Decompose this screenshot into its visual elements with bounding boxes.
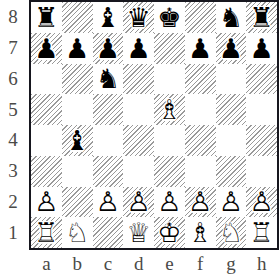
piece-halo: ♞ xyxy=(62,217,93,248)
square-g6[interactable] xyxy=(216,64,247,95)
chessboard: ♜♜♝♝♛♛♚♚♞♞♜♜♟♟♟♟♟♟♟♟♟♟♟♟♟♟♞♞♝♗♝♝♟♙♟♙♟♙♟♙… xyxy=(29,0,279,250)
white-pawn[interactable]: ♙ xyxy=(216,187,247,218)
square-h5[interactable] xyxy=(246,94,277,125)
square-a2[interactable]: ♟♙ xyxy=(31,187,62,218)
file-label-c: c xyxy=(93,250,124,278)
square-g7[interactable]: ♟♟ xyxy=(216,33,247,64)
square-a1[interactable]: ♜♖ xyxy=(31,217,62,248)
rank-label-3: 3 xyxy=(0,156,26,187)
file-label-a: a xyxy=(31,250,62,278)
white-queen[interactable]: ♕ xyxy=(123,217,154,248)
piece-halo: ♟ xyxy=(93,187,124,218)
rank-label-2: 2 xyxy=(0,187,26,218)
rank-label-6: 6 xyxy=(0,64,26,95)
piece-halo: ♝ xyxy=(62,125,93,156)
file-label-f: f xyxy=(185,250,216,278)
white-pawn[interactable]: ♙ xyxy=(123,187,154,218)
square-f8[interactable] xyxy=(185,2,216,33)
square-h7[interactable]: ♟♟ xyxy=(246,33,277,64)
file-label-e: e xyxy=(154,250,185,278)
white-bishop[interactable]: ♗ xyxy=(185,217,216,248)
white-pawn[interactable]: ♙ xyxy=(185,187,216,218)
piece-halo: ♞ xyxy=(216,217,247,248)
square-d7[interactable]: ♟♟ xyxy=(123,33,154,64)
square-g4[interactable] xyxy=(216,125,247,156)
piece-halo: ♟ xyxy=(154,187,185,218)
square-b2[interactable] xyxy=(62,187,93,218)
square-d5[interactable] xyxy=(123,94,154,125)
square-b3[interactable] xyxy=(62,156,93,187)
square-c2[interactable]: ♟♙ xyxy=(93,187,124,218)
piece-halo: ♝ xyxy=(154,94,185,125)
square-f3[interactable] xyxy=(185,156,216,187)
square-e8[interactable]: ♚♚ xyxy=(154,2,185,33)
square-a3[interactable] xyxy=(31,156,62,187)
square-a8[interactable]: ♜♜ xyxy=(31,2,62,33)
white-bishop[interactable]: ♗ xyxy=(154,94,185,125)
square-b6[interactable] xyxy=(62,64,93,95)
piece-halo: ♟ xyxy=(246,33,277,64)
square-f1[interactable]: ♝♗ xyxy=(185,217,216,248)
square-d2[interactable]: ♟♙ xyxy=(123,187,154,218)
piece-halo: ♟ xyxy=(62,33,93,64)
chess-diagram: 87654321 ♜♜♝♝♛♛♚♚♞♞♜♜♟♟♟♟♟♟♟♟♟♟♟♟♟♟♞♞♝♗♝… xyxy=(0,0,279,280)
piece-halo: ♚ xyxy=(154,217,185,248)
file-label-g: g xyxy=(216,250,247,278)
black-pawn[interactable]: ♟ xyxy=(216,33,247,64)
black-pawn[interactable]: ♟ xyxy=(93,33,124,64)
white-knight[interactable]: ♘ xyxy=(62,217,93,248)
square-c5[interactable] xyxy=(93,94,124,125)
piece-halo: ♟ xyxy=(31,187,62,218)
piece-halo: ♟ xyxy=(123,187,154,218)
black-pawn[interactable]: ♟ xyxy=(123,33,154,64)
piece-halo: ♞ xyxy=(216,2,247,33)
square-e4[interactable] xyxy=(154,125,185,156)
rank-label-4: 4 xyxy=(0,125,26,156)
square-c1[interactable] xyxy=(93,217,124,248)
square-c4[interactable] xyxy=(93,125,124,156)
square-a7[interactable]: ♟♟ xyxy=(31,33,62,64)
file-label-h: h xyxy=(246,250,277,278)
square-h2[interactable]: ♟♙ xyxy=(246,187,277,218)
white-king[interactable]: ♔ xyxy=(154,217,185,248)
rank-label-5: 5 xyxy=(0,94,26,125)
square-f5[interactable] xyxy=(185,94,216,125)
white-pawn[interactable]: ♙ xyxy=(246,187,277,218)
board-grid: ♜♜♝♝♛♛♚♚♞♞♜♜♟♟♟♟♟♟♟♟♟♟♟♟♟♟♞♞♝♗♝♝♟♙♟♙♟♙♟♙… xyxy=(31,2,277,248)
square-a4[interactable] xyxy=(31,125,62,156)
square-e7[interactable] xyxy=(154,33,185,64)
black-bishop[interactable]: ♝ xyxy=(93,2,124,33)
white-rook[interactable]: ♖ xyxy=(31,217,62,248)
piece-halo: ♚ xyxy=(154,2,185,33)
white-rook[interactable]: ♖ xyxy=(246,217,277,248)
piece-halo: ♟ xyxy=(216,33,247,64)
square-b5[interactable] xyxy=(62,94,93,125)
black-pawn[interactable]: ♟ xyxy=(62,33,93,64)
square-f7[interactable]: ♟♟ xyxy=(185,33,216,64)
square-f4[interactable] xyxy=(185,125,216,156)
piece-halo: ♜ xyxy=(246,217,277,248)
file-labels: abcdefgh xyxy=(31,250,277,278)
black-rook[interactable]: ♜ xyxy=(31,2,62,33)
square-h3[interactable] xyxy=(246,156,277,187)
square-f2[interactable]: ♟♙ xyxy=(185,187,216,218)
piece-halo: ♟ xyxy=(246,187,277,218)
square-g5[interactable] xyxy=(216,94,247,125)
square-e3[interactable] xyxy=(154,156,185,187)
square-d8[interactable]: ♛♛ xyxy=(123,2,154,33)
black-pawn[interactable]: ♟ xyxy=(185,33,216,64)
square-c6[interactable]: ♞♞ xyxy=(93,64,124,95)
rank-labels: 87654321 xyxy=(0,2,26,248)
square-e2[interactable]: ♟♙ xyxy=(154,187,185,218)
piece-halo: ♟ xyxy=(93,33,124,64)
white-pawn[interactable]: ♙ xyxy=(154,187,185,218)
square-h1[interactable]: ♜♖ xyxy=(246,217,277,248)
black-bishop[interactable]: ♝ xyxy=(62,125,93,156)
square-c7[interactable]: ♟♟ xyxy=(93,33,124,64)
square-h6[interactable] xyxy=(246,64,277,95)
square-f6[interactable] xyxy=(185,64,216,95)
black-rook[interactable]: ♜ xyxy=(246,2,277,33)
black-king[interactable]: ♚ xyxy=(154,2,185,33)
black-knight[interactable]: ♞ xyxy=(216,2,247,33)
piece-halo: ♜ xyxy=(31,2,62,33)
piece-halo: ♛ xyxy=(123,217,154,248)
square-g1[interactable]: ♞♘ xyxy=(216,217,247,248)
rank-label-7: 7 xyxy=(0,33,26,64)
black-queen[interactable]: ♛ xyxy=(123,2,154,33)
square-c3[interactable] xyxy=(93,156,124,187)
white-pawn[interactable]: ♙ xyxy=(31,187,62,218)
square-e6[interactable] xyxy=(154,64,185,95)
square-b4[interactable]: ♝♝ xyxy=(62,125,93,156)
square-g2[interactable]: ♟♙ xyxy=(216,187,247,218)
black-knight[interactable]: ♞ xyxy=(93,64,124,95)
square-b1[interactable]: ♞♘ xyxy=(62,217,93,248)
rank-label-8: 8 xyxy=(0,2,26,33)
white-pawn[interactable]: ♙ xyxy=(93,187,124,218)
white-knight[interactable]: ♘ xyxy=(216,217,247,248)
piece-halo: ♟ xyxy=(123,33,154,64)
piece-halo: ♜ xyxy=(246,2,277,33)
piece-halo: ♟ xyxy=(216,187,247,218)
rank-label-1: 1 xyxy=(0,217,26,248)
square-c8[interactable]: ♝♝ xyxy=(93,2,124,33)
piece-halo: ♜ xyxy=(31,217,62,248)
square-b8[interactable] xyxy=(62,2,93,33)
square-d6[interactable] xyxy=(123,64,154,95)
piece-halo: ♟ xyxy=(185,187,216,218)
square-e5[interactable]: ♝♗ xyxy=(154,94,185,125)
piece-halo: ♝ xyxy=(93,2,124,33)
file-label-d: d xyxy=(123,250,154,278)
square-d1[interactable]: ♛♕ xyxy=(123,217,154,248)
square-b7[interactable]: ♟♟ xyxy=(62,33,93,64)
piece-halo: ♟ xyxy=(185,33,216,64)
square-g3[interactable] xyxy=(216,156,247,187)
square-e1[interactable]: ♚♔ xyxy=(154,217,185,248)
piece-halo: ♝ xyxy=(185,217,216,248)
file-label-b: b xyxy=(62,250,93,278)
square-a5[interactable] xyxy=(31,94,62,125)
square-d3[interactable] xyxy=(123,156,154,187)
square-h8[interactable]: ♜♜ xyxy=(246,2,277,33)
black-pawn[interactable]: ♟ xyxy=(31,33,62,64)
piece-halo: ♞ xyxy=(93,64,124,95)
black-pawn[interactable]: ♟ xyxy=(246,33,277,64)
piece-halo: ♛ xyxy=(123,2,154,33)
square-h4[interactable] xyxy=(246,125,277,156)
square-a6[interactable] xyxy=(31,64,62,95)
piece-halo: ♟ xyxy=(31,33,62,64)
square-d4[interactable] xyxy=(123,125,154,156)
square-g8[interactable]: ♞♞ xyxy=(216,2,247,33)
